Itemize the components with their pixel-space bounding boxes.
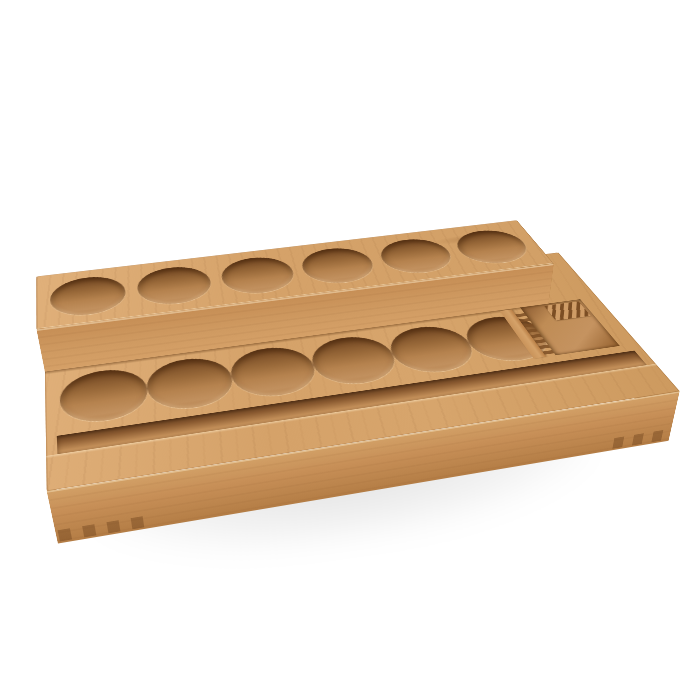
pit-bottom-1[interactable] xyxy=(59,365,151,427)
pit-top-3[interactable] xyxy=(217,254,300,297)
pit-top-6[interactable] xyxy=(448,227,536,266)
pit-bottom-3[interactable] xyxy=(225,343,322,401)
comb-teeth xyxy=(544,301,590,320)
pit-bottom-2[interactable] xyxy=(144,354,239,414)
finger-joints-right xyxy=(612,429,669,449)
pit-bottom-4[interactable] xyxy=(305,333,405,389)
pit-top-1[interactable] xyxy=(50,273,128,319)
pit-top-5[interactable] xyxy=(373,236,460,276)
pit-top-4[interactable] xyxy=(296,245,381,287)
white-background xyxy=(0,0,700,700)
pit-top-2[interactable] xyxy=(135,264,216,308)
